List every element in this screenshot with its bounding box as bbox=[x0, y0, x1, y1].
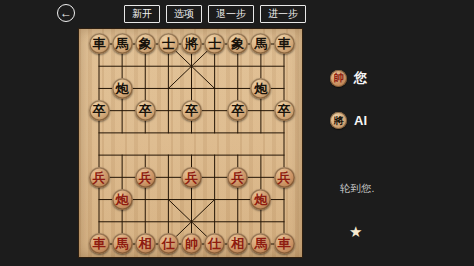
player-ai-label: AI bbox=[354, 113, 367, 128]
board-piece-black[interactable]: 炮 bbox=[112, 78, 133, 99]
black-general-icon: 將 bbox=[330, 112, 347, 129]
board-piece-black[interactable]: 士 bbox=[158, 33, 179, 54]
board-piece-red[interactable]: 車 bbox=[89, 233, 110, 254]
back-arrow-icon: ← bbox=[60, 7, 72, 19]
board-piece-red[interactable]: 相 bbox=[135, 233, 156, 254]
back-button[interactable]: ← bbox=[57, 4, 75, 22]
board-piece-black[interactable]: 馬 bbox=[250, 33, 271, 54]
board-piece-black[interactable]: 士 bbox=[204, 33, 225, 54]
board-piece-black[interactable]: 卒 bbox=[227, 100, 248, 121]
board-piece-black[interactable]: 卒 bbox=[135, 100, 156, 121]
board-piece-red[interactable]: 炮 bbox=[250, 189, 271, 210]
toolbar: 新开 选项 退一步 进一步 bbox=[124, 5, 306, 23]
turn-status: 轮到您. bbox=[340, 182, 374, 196]
pieces-layer: 車馬象士將士象馬車炮炮卒卒卒卒卒兵兵兵兵兵炮炮車馬相仕帥仕相馬車 bbox=[87, 33, 295, 255]
board-piece-red[interactable]: 仕 bbox=[204, 233, 225, 254]
board-piece-red[interactable]: 馬 bbox=[250, 233, 271, 254]
options-button[interactable]: 选项 bbox=[166, 5, 202, 23]
player-row-you: 帥 您 bbox=[330, 69, 367, 87]
board-piece-red[interactable]: 兵 bbox=[274, 167, 295, 188]
board-piece-black[interactable]: 卒 bbox=[274, 100, 295, 121]
board-piece-red[interactable]: 兵 bbox=[135, 167, 156, 188]
board-piece-black[interactable]: 象 bbox=[227, 33, 248, 54]
new-game-button[interactable]: 新开 bbox=[124, 5, 160, 23]
board-piece-black[interactable]: 炮 bbox=[250, 78, 271, 99]
board-piece-black[interactable]: 車 bbox=[274, 33, 295, 54]
player-you-label: 您 bbox=[354, 69, 367, 87]
star-icon: ★ bbox=[349, 224, 362, 239]
board-piece-red[interactable]: 兵 bbox=[181, 167, 202, 188]
board-piece-black[interactable]: 馬 bbox=[112, 33, 133, 54]
board-piece-black[interactable]: 卒 bbox=[89, 100, 110, 121]
board-piece-red[interactable]: 相 bbox=[227, 233, 248, 254]
board-piece-black[interactable]: 車 bbox=[89, 33, 110, 54]
redo-move-button[interactable]: 进一步 bbox=[260, 5, 306, 23]
board-piece-red[interactable]: 兵 bbox=[89, 167, 110, 188]
undo-move-button[interactable]: 退一步 bbox=[208, 5, 254, 23]
red-general-icon: 帥 bbox=[330, 70, 347, 87]
board-piece-red[interactable]: 炮 bbox=[112, 189, 133, 210]
board-piece-red[interactable]: 車 bbox=[274, 233, 295, 254]
board-piece-red[interactable]: 帥 bbox=[181, 233, 202, 254]
board-piece-red[interactable]: 仕 bbox=[158, 233, 179, 254]
board-piece-black[interactable]: 將 bbox=[181, 33, 202, 54]
board-piece-red[interactable]: 兵 bbox=[227, 167, 248, 188]
player-row-ai: 將 AI bbox=[330, 112, 367, 129]
board-piece-black[interactable]: 卒 bbox=[181, 100, 202, 121]
xiangqi-board[interactable]: 車馬象士將士象馬車炮炮卒卒卒卒卒兵兵兵兵兵炮炮車馬相仕帥仕相馬車 bbox=[78, 28, 303, 258]
app-window: ← 新开 选项 退一步 进一步 bbox=[0, 0, 474, 266]
board-piece-red[interactable]: 馬 bbox=[112, 233, 133, 254]
board-piece-black[interactable]: 象 bbox=[135, 33, 156, 54]
